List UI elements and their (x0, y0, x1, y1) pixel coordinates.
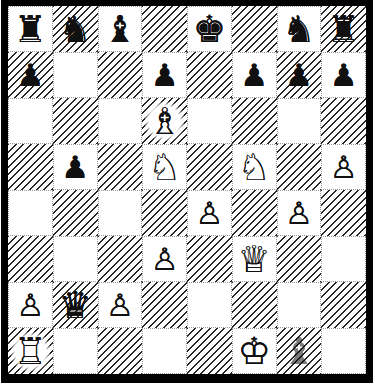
black-bishop: ♝ (103, 11, 136, 48)
square-d1 (142, 328, 187, 374)
black-pawn: ♟ (151, 60, 179, 91)
square-h4 (321, 190, 366, 236)
square-e6 (187, 98, 232, 144)
square-e5 (187, 144, 232, 190)
square-c7 (98, 52, 143, 98)
square-a6 (8, 98, 53, 144)
chess-diagram-frame: ♜♞♝♚♞♜♟♟♟♟♟♗♟♘♘♙♙♙♙♕♙♛♙♖♔♝ (1, 0, 373, 383)
square-b7 (53, 52, 98, 98)
square-e7 (187, 52, 232, 98)
white-pawn: ♙ (148, 243, 182, 276)
square-d4 (142, 190, 187, 236)
square-g6 (277, 98, 322, 144)
square-f6 (232, 98, 277, 144)
black-bishop: ♝ (282, 333, 315, 370)
square-c4 (98, 190, 143, 236)
square-a7: ♟ (8, 52, 53, 98)
black-knight: ♞ (282, 11, 315, 48)
square-c2: ♙ (98, 282, 143, 328)
square-f3: ♕ (232, 236, 277, 282)
square-e2 (187, 282, 232, 328)
square-g8: ♞ (277, 6, 322, 52)
square-g5 (277, 144, 322, 190)
black-rook: ♜ (14, 11, 47, 48)
black-pawn: ♟ (240, 60, 268, 91)
square-h6 (321, 98, 366, 144)
square-b3 (53, 236, 98, 282)
square-d3: ♙ (142, 236, 187, 282)
white-pawn: ♙ (13, 289, 47, 322)
square-a5 (8, 144, 53, 190)
square-a4 (8, 190, 53, 236)
square-h8: ♜ (321, 6, 366, 52)
square-e8: ♚ (187, 6, 232, 52)
black-pawn: ♟ (285, 60, 313, 91)
white-pawn: ♙ (282, 197, 316, 230)
black-knight: ♞ (59, 11, 92, 48)
square-a1: ♖ (8, 328, 53, 374)
square-d8 (142, 6, 187, 52)
black-rook: ♜ (327, 11, 360, 48)
black-king: ♚ (193, 11, 226, 48)
square-d7: ♟ (142, 52, 187, 98)
square-a3 (8, 236, 53, 282)
black-queen: ♛ (59, 287, 92, 324)
square-e1 (187, 328, 232, 374)
square-g4: ♙ (277, 190, 322, 236)
square-d6: ♗ (142, 98, 187, 144)
square-h3 (321, 236, 366, 282)
white-bishop: ♗ (145, 102, 184, 141)
white-pawn: ♙ (192, 197, 226, 230)
square-h7: ♟ (321, 52, 366, 98)
white-rook: ♖ (11, 332, 50, 371)
white-pawn: ♙ (103, 289, 137, 322)
white-pawn: ♙ (327, 151, 361, 184)
square-c3 (98, 236, 143, 282)
square-f4 (232, 190, 277, 236)
square-f1: ♔ (232, 328, 277, 374)
square-b2: ♛ (53, 282, 98, 328)
square-b6 (53, 98, 98, 144)
square-c8: ♝ (98, 6, 143, 52)
square-f5: ♘ (232, 144, 277, 190)
square-f8 (232, 6, 277, 52)
square-f2 (232, 282, 277, 328)
black-pawn: ♟ (16, 60, 44, 91)
square-b1 (53, 328, 98, 374)
square-h5: ♙ (321, 144, 366, 190)
square-b8: ♞ (53, 6, 98, 52)
square-e3 (187, 236, 232, 282)
square-b4 (53, 190, 98, 236)
white-knight: ♘ (235, 148, 274, 187)
square-b5: ♟ (53, 144, 98, 190)
square-d2 (142, 282, 187, 328)
square-c1 (98, 328, 143, 374)
square-a8: ♜ (8, 6, 53, 52)
white-knight: ♘ (145, 148, 184, 187)
black-pawn: ♟ (330, 60, 358, 91)
black-pawn: ♟ (61, 152, 89, 183)
white-queen: ♕ (235, 240, 274, 279)
square-a2: ♙ (8, 282, 53, 328)
square-d5: ♘ (142, 144, 187, 190)
square-h2 (321, 282, 366, 328)
chess-board: ♜♞♝♚♞♜♟♟♟♟♟♗♟♘♘♙♙♙♙♕♙♛♙♖♔♝ (8, 6, 366, 374)
white-king: ♔ (235, 332, 274, 371)
square-c6 (98, 98, 143, 144)
square-e4: ♙ (187, 190, 232, 236)
square-h1 (321, 328, 366, 374)
square-c5 (98, 144, 143, 190)
square-f7: ♟ (232, 52, 277, 98)
square-g7: ♟ (277, 52, 322, 98)
square-g1: ♝ (277, 328, 322, 374)
square-g3 (277, 236, 322, 282)
square-g2 (277, 282, 322, 328)
